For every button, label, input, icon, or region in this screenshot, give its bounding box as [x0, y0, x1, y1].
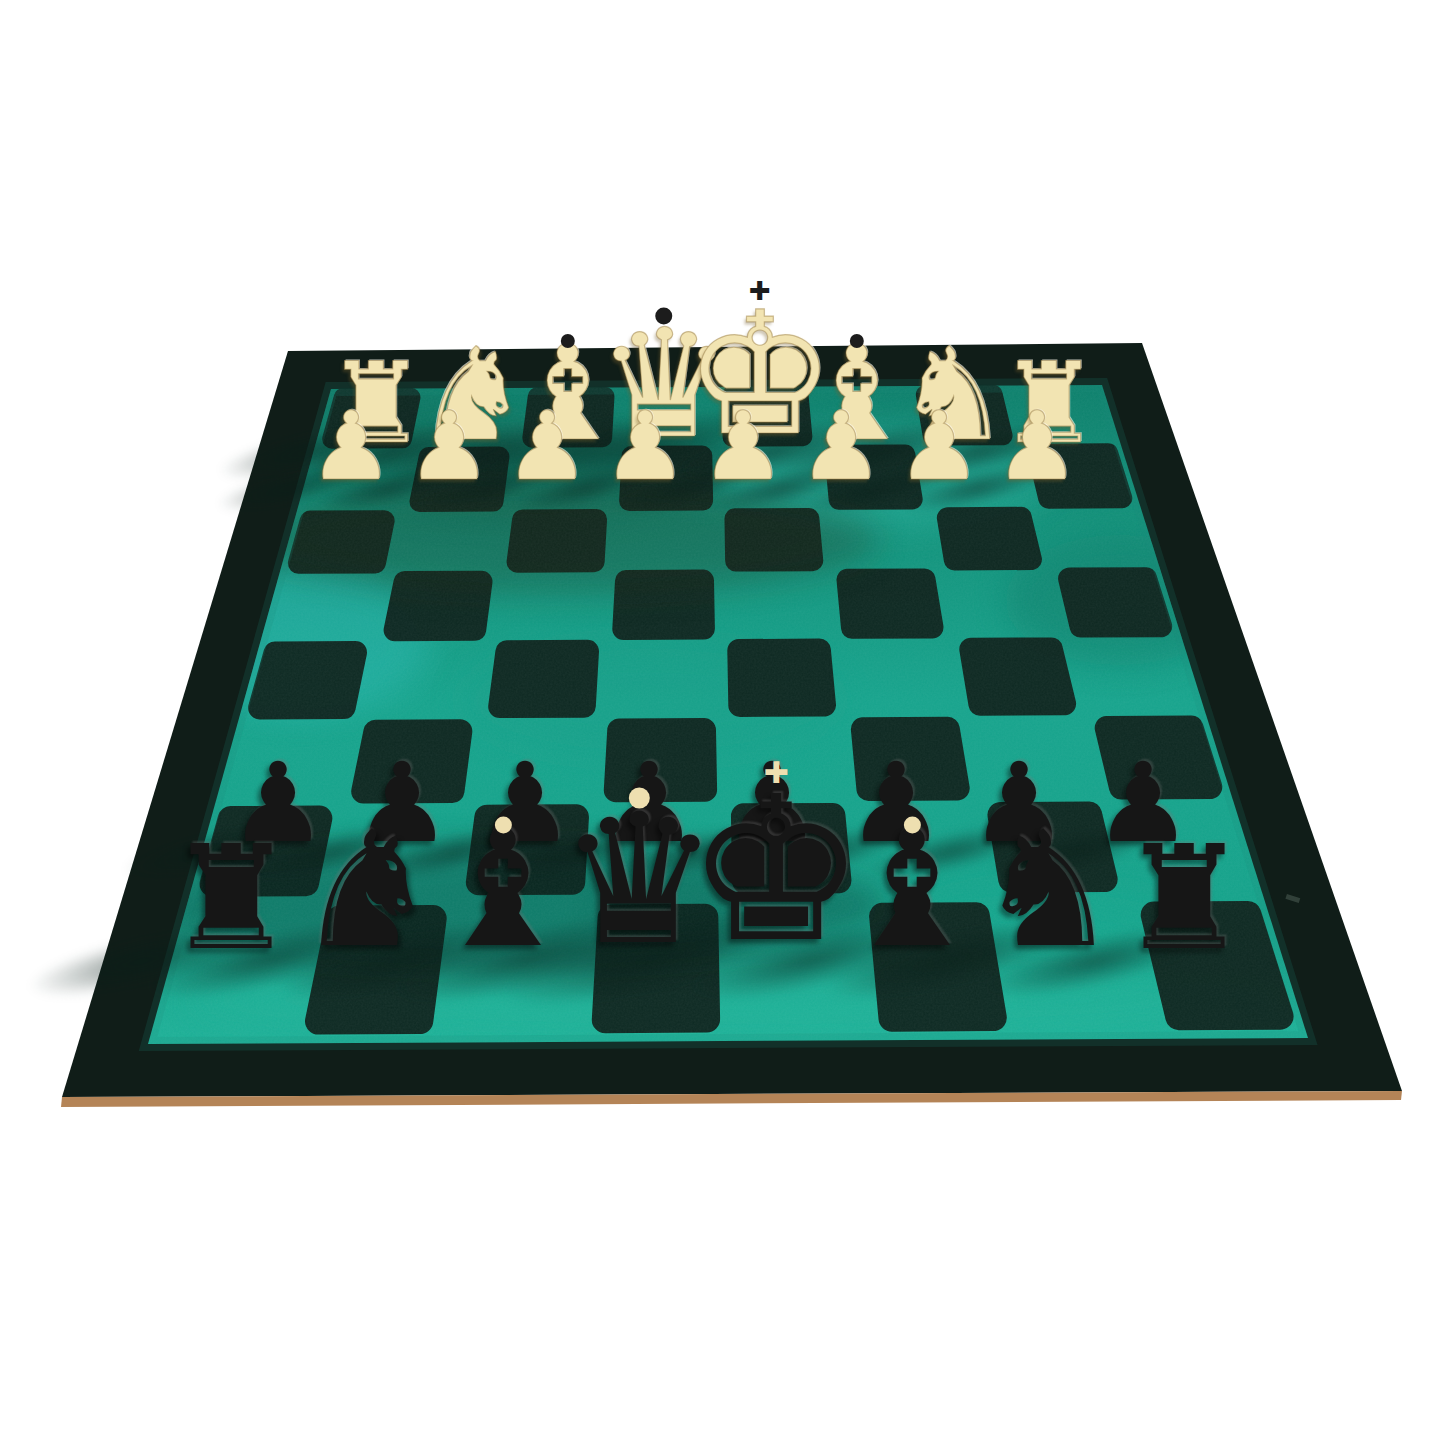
- chessboard-product-photo: ♜♞♝♛♚✚♝♞♜♟♟♟♟♟♟♟♟♟♟♟♟♟♟♟♟♜♞♝♛♚✚♝♞♜: [0, 0, 1445, 1445]
- chess-board: [0, 0, 1445, 1445]
